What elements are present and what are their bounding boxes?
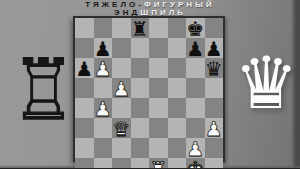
square-b5 xyxy=(94,78,113,98)
square-f1 xyxy=(168,158,187,168)
square-b3 xyxy=(94,118,113,138)
square-c5: ♟ xyxy=(112,78,131,98)
square-b4: ♟ xyxy=(94,98,113,118)
white-rook: ♜ xyxy=(149,159,167,169)
square-h8 xyxy=(205,18,224,38)
square-h5 xyxy=(205,78,224,98)
square-c8 xyxy=(112,18,131,38)
black-rook-icon: ♖ xyxy=(12,48,75,132)
black-pawn: ♟ xyxy=(186,39,204,59)
square-f4 xyxy=(168,98,187,118)
title-line-2: ЭНДШПИЛЬ xyxy=(0,9,300,17)
square-e8 xyxy=(149,18,168,38)
square-c3: ♛ xyxy=(112,118,131,138)
square-d8: ♜ xyxy=(131,18,150,38)
square-b6: ♟ xyxy=(94,58,113,78)
video-frame: ТЯЖЕЛО-ФИГУРНЫЙ ЭНДШПИЛЬ ♖ ♜♚♟♟♟♟♟♛♟♟♛♟♟… xyxy=(0,0,300,168)
square-d5 xyxy=(131,78,150,98)
square-f2 xyxy=(168,138,187,158)
square-g2: ♟ xyxy=(186,138,205,158)
square-e6 xyxy=(149,58,168,78)
square-g7: ♟ xyxy=(186,38,205,58)
square-e1: ♜ xyxy=(149,158,168,168)
square-a8 xyxy=(75,18,94,38)
square-f8 xyxy=(168,18,187,38)
black-pawn: ♟ xyxy=(94,39,112,59)
square-g3 xyxy=(186,118,205,138)
square-f3 xyxy=(168,118,187,138)
square-g6 xyxy=(186,58,205,78)
square-c7 xyxy=(112,38,131,58)
square-a4 xyxy=(75,98,94,118)
square-d2 xyxy=(131,138,150,158)
square-e3 xyxy=(149,118,168,138)
square-a2 xyxy=(75,138,94,158)
square-c2 xyxy=(112,138,131,158)
square-h3: ♟ xyxy=(205,118,224,138)
square-g5 xyxy=(186,78,205,98)
square-g1: ♚ xyxy=(186,158,205,168)
square-e4 xyxy=(149,98,168,118)
square-d7 xyxy=(131,38,150,58)
square-c1 xyxy=(112,158,131,168)
square-f7 xyxy=(168,38,187,58)
square-h4 xyxy=(205,98,224,118)
square-a1 xyxy=(75,158,94,168)
square-c4 xyxy=(112,98,131,118)
white-pawn: ♟ xyxy=(94,99,112,119)
black-queen: ♛ xyxy=(205,59,223,79)
square-h7: ♟ xyxy=(205,38,224,58)
white-pawn: ♟ xyxy=(94,59,112,79)
white-king: ♚ xyxy=(186,159,204,169)
square-f6 xyxy=(168,58,187,78)
square-b8 xyxy=(94,18,113,38)
square-g8: ♚ xyxy=(186,18,205,38)
square-d3 xyxy=(131,118,150,138)
square-a6: ♟ xyxy=(75,58,94,78)
white-pawn: ♟ xyxy=(112,79,130,99)
square-d1 xyxy=(131,158,150,168)
black-pawn: ♟ xyxy=(205,39,223,59)
square-b7: ♟ xyxy=(94,38,113,58)
title: ТЯЖЕЛО-ФИГУРНЫЙ ЭНДШПИЛЬ xyxy=(0,1,300,16)
square-d6 xyxy=(131,58,150,78)
black-king: ♚ xyxy=(186,19,204,39)
square-g4 xyxy=(186,98,205,118)
white-queen: ♛ xyxy=(112,119,130,139)
square-h2 xyxy=(205,138,224,158)
square-e7 xyxy=(149,38,168,58)
square-a7 xyxy=(75,38,94,58)
white-pawn: ♟ xyxy=(205,119,223,139)
black-rook: ♜ xyxy=(131,19,149,39)
square-f5 xyxy=(168,78,187,98)
square-b2 xyxy=(94,138,113,158)
square-a3 xyxy=(75,118,94,138)
white-pawn: ♟ xyxy=(186,139,204,159)
square-e2 xyxy=(149,138,168,158)
square-e5 xyxy=(149,78,168,98)
square-d4 xyxy=(131,98,150,118)
black-pawn: ♟ xyxy=(75,59,93,79)
square-b1 xyxy=(94,158,113,168)
square-h6: ♛ xyxy=(205,58,224,78)
white-queen-icon: ♛ xyxy=(234,47,296,119)
square-c6 xyxy=(112,58,131,78)
square-h1 xyxy=(205,158,224,168)
square-a5 xyxy=(75,78,94,98)
chess-board: ♜♚♟♟♟♟♟♛♟♟♛♟♟♜♚ xyxy=(73,16,225,162)
